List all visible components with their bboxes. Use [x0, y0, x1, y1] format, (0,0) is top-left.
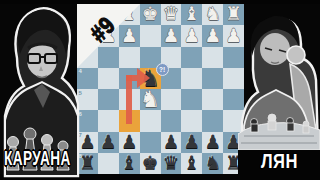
move-arrow	[126, 75, 137, 81]
piece-black-pawn-c7: ♟	[181, 132, 202, 153]
square-e7	[140, 132, 161, 153]
face	[260, 33, 290, 65]
square-c3	[181, 47, 202, 68]
piece-black-queen-d8: ♛	[161, 153, 182, 174]
square-g6	[98, 110, 119, 131]
square-b5	[202, 89, 223, 110]
move-arrow	[137, 68, 150, 88]
square-h8: 8♜	[77, 153, 98, 174]
piece-white-pawn-f2: ♟	[119, 25, 140, 46]
piece-white-knight-e5: ♞	[140, 89, 161, 110]
player-name-left: КАРУАНА	[4, 149, 71, 169]
square-h5: 5	[77, 89, 98, 110]
square-g4	[98, 68, 119, 89]
square-f7: ♟	[119, 132, 140, 153]
square-b6	[202, 110, 223, 131]
square-c4	[181, 68, 202, 89]
piece-black-pawn-g7: ♟	[98, 132, 119, 153]
video-thumbnail: 1♜♝♚♛♝♞♜2♟♟♟♟♟♟♟34♞5♞67♟♟♟♟♟♟♟8♜♝♚♛♝♞♜?!…	[0, 0, 320, 180]
piece-white-queen-d1: ♛	[161, 4, 182, 25]
piece-white-knight-b1: ♞	[202, 4, 223, 25]
square-c8: ♝	[181, 153, 202, 174]
square-c5	[181, 89, 202, 110]
square-e8: ♚	[140, 153, 161, 174]
square-d2: ♟	[161, 25, 182, 46]
square-e1: ♚	[140, 4, 161, 25]
piece-black-pawn-b7: ♟	[202, 132, 223, 153]
square-b7: ♟	[202, 132, 223, 153]
square-d6	[161, 110, 182, 131]
square-h7: 7♟	[77, 132, 98, 153]
piece-black-king-e8: ♚	[140, 153, 161, 174]
square-e2	[140, 25, 161, 46]
square-f3	[119, 47, 140, 68]
square-g5	[98, 89, 119, 110]
piece-black-bishop-f8: ♝	[119, 153, 140, 174]
square-d8: ♛	[161, 153, 182, 174]
square-e5: ♞	[140, 89, 161, 110]
square-d5	[161, 89, 182, 110]
piece-white-king-e1: ♚	[140, 4, 161, 25]
hand	[287, 46, 305, 64]
square-g3	[98, 47, 119, 68]
piece-black-pawn-d7: ♟	[161, 132, 182, 153]
move-arrow	[126, 75, 132, 124]
square-g8	[98, 153, 119, 174]
piece-black-knight-b8: ♞	[202, 153, 223, 174]
move-quality-badge: ?!	[156, 63, 169, 76]
square-b3	[202, 47, 223, 68]
square-f8: ♝	[119, 153, 140, 174]
square-h6: 6	[77, 110, 98, 131]
piece-white-pawn-d2: ♟	[161, 25, 182, 46]
square-b8: ♞	[202, 153, 223, 174]
square-b2: ♟	[202, 25, 223, 46]
piece-black-pawn-h7: ♟	[77, 132, 98, 153]
square-g7: ♟	[98, 132, 119, 153]
piece-black-rook-h8: ♜	[77, 153, 98, 174]
piece-black-bishop-c8: ♝	[181, 153, 202, 174]
square-h4: 4	[77, 68, 98, 89]
square-c1: ♝	[181, 4, 202, 25]
square-e6	[140, 110, 161, 131]
piece-black-pawn-f7: ♟	[119, 132, 140, 153]
square-c2: ♟	[181, 25, 202, 46]
square-b1: ♞	[202, 4, 223, 25]
square-c7: ♟	[181, 132, 202, 153]
piece-white-pawn-b2: ♟	[202, 25, 223, 46]
square-f2: ♟	[119, 25, 140, 46]
piece-white-bishop-c1: ♝	[181, 4, 202, 25]
player-name-right: ЛЯН	[261, 151, 298, 172]
square-d7: ♟	[161, 132, 182, 153]
piece-white-pawn-c2: ♟	[181, 25, 202, 46]
square-b4	[202, 68, 223, 89]
square-c6	[181, 110, 202, 131]
square-d1: ♛	[161, 4, 182, 25]
